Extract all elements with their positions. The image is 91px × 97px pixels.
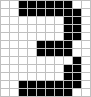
cell-r1c7[interactable] (55, 1, 63, 8)
cell-r2c8[interactable] (64, 9, 72, 16)
cell-r3c9[interactable] (73, 17, 81, 24)
cell-r7c4[interactable] (28, 49, 36, 56)
cell-r12c8[interactable] (64, 89, 72, 96)
cell-r12c6[interactable] (46, 89, 54, 96)
cell-r12c2[interactable] (10, 89, 18, 96)
cell-r8c5[interactable] (37, 57, 45, 64)
cell-r9c3[interactable] (19, 65, 27, 72)
cell-r7c1[interactable] (1, 49, 9, 56)
cell-r10c2[interactable] (10, 73, 18, 80)
cell-r9c9[interactable] (73, 65, 81, 72)
cell-r4c1[interactable] (1, 25, 9, 32)
cell-r5c8[interactable] (64, 33, 72, 40)
cell-r10c8[interactable] (64, 73, 72, 80)
cell-r3c3[interactable] (19, 17, 27, 24)
cell-r2c10[interactable] (82, 9, 90, 16)
cell-r9c4[interactable] (28, 65, 36, 72)
cell-r3c6[interactable] (46, 17, 54, 24)
cell-r10c5[interactable] (37, 73, 45, 80)
cell-r8c2[interactable] (10, 57, 18, 64)
cell-r4c9[interactable] (73, 25, 81, 32)
cell-r7c5[interactable] (37, 49, 45, 56)
cell-r12c1[interactable] (1, 89, 9, 96)
cell-r6c7[interactable] (55, 41, 63, 48)
cell-r5c5[interactable] (37, 33, 45, 40)
cell-r1c10[interactable] (82, 1, 90, 8)
cell-r8c8[interactable] (64, 57, 72, 64)
cell-r10c6[interactable] (46, 73, 54, 80)
cell-r10c10[interactable] (82, 73, 90, 80)
cell-r6c10[interactable] (82, 41, 90, 48)
cell-r7c7[interactable] (55, 49, 63, 56)
cell-r3c8[interactable] (64, 17, 72, 24)
cell-r6c9[interactable] (73, 41, 81, 48)
cell-r9c10[interactable] (82, 65, 90, 72)
cell-r6c4[interactable] (28, 41, 36, 48)
cell-r5c2[interactable] (10, 33, 18, 40)
cell-r12c9[interactable] (73, 89, 81, 96)
cell-r9c6[interactable] (46, 65, 54, 72)
cell-r4c8[interactable] (64, 25, 72, 32)
cell-r10c3[interactable] (19, 73, 27, 80)
cell-r4c5[interactable] (37, 25, 45, 32)
cell-r6c6[interactable] (46, 41, 54, 48)
cell-r12c10[interactable] (82, 89, 90, 96)
cell-r8c9[interactable] (73, 57, 81, 64)
cell-r7c9[interactable] (73, 49, 81, 56)
cell-r7c2[interactable] (10, 49, 18, 56)
cell-r5c7[interactable] (55, 33, 63, 40)
cell-r4c4[interactable] (28, 25, 36, 32)
cell-r3c5[interactable] (37, 17, 45, 24)
cell-r6c2[interactable] (10, 41, 18, 48)
cell-r11c4[interactable] (28, 81, 36, 88)
cell-r1c4[interactable] (28, 1, 36, 8)
cell-r1c2[interactable] (10, 1, 18, 8)
cell-r4c7[interactable] (55, 25, 63, 32)
cell-r8c1[interactable] (1, 57, 9, 64)
cell-r1c5[interactable] (37, 1, 45, 8)
cell-r2c9[interactable] (73, 9, 81, 16)
cell-r1c9[interactable] (73, 1, 81, 8)
cell-r3c1[interactable] (1, 17, 9, 24)
cell-r9c8[interactable] (64, 65, 72, 72)
cell-r3c10[interactable] (82, 17, 90, 24)
cell-r11c3[interactable] (19, 81, 27, 88)
cell-r4c2[interactable] (10, 25, 18, 32)
cell-r4c3[interactable] (19, 25, 27, 32)
cell-r1c6[interactable] (46, 1, 54, 8)
cell-r10c7[interactable] (55, 73, 63, 80)
cell-r2c4[interactable] (28, 9, 36, 16)
cell-r5c6[interactable] (46, 33, 54, 40)
cell-r2c5[interactable] (37, 9, 45, 16)
cell-r9c2[interactable] (10, 65, 18, 72)
cell-r6c8[interactable] (64, 41, 72, 48)
cell-r5c4[interactable] (28, 33, 36, 40)
cell-r4c6[interactable] (46, 25, 54, 32)
cell-r12c5[interactable] (37, 89, 45, 96)
cell-r11c8[interactable] (64, 81, 72, 88)
cell-r8c7[interactable] (55, 57, 63, 64)
cell-r2c3[interactable] (19, 9, 27, 16)
cell-r11c9[interactable] (73, 81, 81, 88)
cell-r1c1[interactable] (1, 1, 9, 8)
cell-r11c10[interactable] (82, 81, 90, 88)
cell-r9c7[interactable] (55, 65, 63, 72)
cell-r5c1[interactable] (1, 33, 9, 40)
cell-r12c7[interactable] (55, 89, 63, 96)
cell-r10c9[interactable] (73, 73, 81, 80)
cell-r8c6[interactable] (46, 57, 54, 64)
cell-r7c6[interactable] (46, 49, 54, 56)
cell-r2c6[interactable] (46, 9, 54, 16)
cell-r11c2[interactable] (10, 81, 18, 88)
cell-r8c3[interactable] (19, 57, 27, 64)
cell-r4c10[interactable] (82, 25, 90, 32)
cell-r12c4[interactable] (28, 89, 36, 96)
cell-r7c3[interactable] (19, 49, 27, 56)
cell-r3c2[interactable] (10, 17, 18, 24)
cell-r8c4[interactable] (28, 57, 36, 64)
cell-r3c4[interactable] (28, 17, 36, 24)
cell-r7c10[interactable] (82, 49, 90, 56)
cell-r8c10[interactable] (82, 57, 90, 64)
cell-r7c8[interactable] (64, 49, 72, 56)
cell-r2c7[interactable] (55, 9, 63, 16)
cell-r11c1[interactable] (1, 81, 9, 88)
cell-r6c1[interactable] (1, 41, 9, 48)
cell-r11c5[interactable] (37, 81, 45, 88)
cell-r12c3[interactable] (19, 89, 27, 96)
cell-r1c8[interactable] (64, 1, 72, 8)
cell-r11c6[interactable] (46, 81, 54, 88)
cell-r5c9[interactable] (73, 33, 81, 40)
cell-r2c1[interactable] (1, 9, 9, 16)
cell-r5c10[interactable] (82, 33, 90, 40)
cell-r10c1[interactable] (1, 73, 9, 80)
cell-r11c7[interactable] (55, 81, 63, 88)
cell-r3c7[interactable] (55, 17, 63, 24)
cell-r1c3[interactable] (19, 1, 27, 8)
cell-r9c1[interactable] (1, 65, 9, 72)
cell-r5c3[interactable] (19, 33, 27, 40)
cell-r10c4[interactable] (28, 73, 36, 80)
cell-r6c3[interactable] (19, 41, 27, 48)
cell-r6c5[interactable] (37, 41, 45, 48)
pixel-grid-board (0, 0, 91, 97)
cell-r2c2[interactable] (10, 9, 18, 16)
cell-r9c5[interactable] (37, 65, 45, 72)
